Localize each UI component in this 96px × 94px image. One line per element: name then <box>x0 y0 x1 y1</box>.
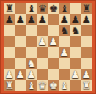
square-a4[interactable] <box>4 47 15 58</box>
piece-white-pawn[interactable]: ♟ <box>82 69 91 80</box>
square-f7[interactable]: ♟ <box>59 14 70 25</box>
square-e5[interactable]: ♟ <box>48 36 59 47</box>
square-d6[interactable] <box>37 25 48 36</box>
chess-board: ♜♝♛♚♝♜♟♟♟♟♟♟♟♞♞♟♟♟♞♟♟♟♟♟♜♝♛♚♝♜ <box>4 3 92 91</box>
piece-white-knight[interactable]: ♞ <box>27 58 36 69</box>
square-b2[interactable]: ♟ <box>15 69 26 80</box>
square-c5[interactable] <box>26 36 37 47</box>
board-frame: ♜♝♛♚♝♜♟♟♟♟♟♟♟♞♞♟♟♟♞♟♟♟♟♟♜♝♛♚♝♜ <box>0 0 96 94</box>
piece-white-pawn[interactable]: ♟ <box>5 69 14 80</box>
piece-black-pawn[interactable]: ♟ <box>60 14 69 25</box>
square-h5[interactable] <box>81 36 92 47</box>
piece-black-knight[interactable]: ♞ <box>60 25 69 36</box>
square-g1[interactable] <box>70 80 81 91</box>
piece-black-pawn[interactable]: ♟ <box>16 14 25 25</box>
piece-white-pawn[interactable]: ♟ <box>49 36 58 47</box>
square-g3[interactable] <box>70 58 81 69</box>
piece-white-rook[interactable]: ♜ <box>82 80 91 91</box>
piece-white-bishop[interactable]: ♝ <box>60 80 69 91</box>
square-h2[interactable]: ♟ <box>81 69 92 80</box>
square-c3[interactable]: ♞ <box>26 58 37 69</box>
square-e3[interactable] <box>48 58 59 69</box>
square-e4[interactable] <box>48 47 59 58</box>
piece-white-pawn[interactable]: ♟ <box>16 69 25 80</box>
square-c8[interactable]: ♝ <box>26 3 37 14</box>
square-b6[interactable] <box>15 25 26 36</box>
square-f3[interactable] <box>59 58 70 69</box>
square-a2[interactable]: ♟ <box>4 69 15 80</box>
square-e6[interactable] <box>48 25 59 36</box>
square-a1[interactable]: ♜ <box>4 80 15 91</box>
square-a6[interactable] <box>4 25 15 36</box>
square-a8[interactable]: ♜ <box>4 3 15 14</box>
square-g8[interactable] <box>70 3 81 14</box>
piece-white-king[interactable]: ♚ <box>49 80 58 91</box>
square-f4[interactable]: ♟ <box>59 47 70 58</box>
square-d7[interactable]: ♟ <box>37 14 48 25</box>
square-a3[interactable] <box>4 58 15 69</box>
piece-white-pawn[interactable]: ♟ <box>27 69 36 80</box>
square-e1[interactable]: ♚ <box>48 80 59 91</box>
piece-white-pawn[interactable]: ♟ <box>38 36 47 47</box>
square-b5[interactable] <box>15 36 26 47</box>
square-d4[interactable] <box>37 47 48 58</box>
piece-black-pawn[interactable]: ♟ <box>5 14 14 25</box>
piece-white-pawn[interactable]: ♟ <box>60 47 69 58</box>
square-a7[interactable]: ♟ <box>4 14 15 25</box>
square-b3[interactable] <box>15 58 26 69</box>
piece-black-bishop[interactable]: ♝ <box>60 3 69 14</box>
square-d3[interactable] <box>37 58 48 69</box>
square-h3[interactable] <box>81 58 92 69</box>
square-f5[interactable] <box>59 36 70 47</box>
square-e7[interactable] <box>48 14 59 25</box>
square-b4[interactable] <box>15 47 26 58</box>
square-f1[interactable]: ♝ <box>59 80 70 91</box>
square-d5[interactable]: ♟ <box>37 36 48 47</box>
piece-black-pawn[interactable]: ♟ <box>71 14 80 25</box>
square-g7[interactable]: ♟ <box>70 14 81 25</box>
square-f6[interactable]: ♞ <box>59 25 70 36</box>
piece-black-rook[interactable]: ♜ <box>82 3 91 14</box>
square-b7[interactable]: ♟ <box>15 14 26 25</box>
piece-white-bishop[interactable]: ♝ <box>27 80 36 91</box>
square-b8[interactable] <box>15 3 26 14</box>
piece-black-bishop[interactable]: ♝ <box>27 3 36 14</box>
piece-white-queen[interactable]: ♛ <box>38 80 47 91</box>
piece-black-pawn[interactable]: ♟ <box>38 14 47 25</box>
square-a5[interactable] <box>4 36 15 47</box>
square-d8[interactable]: ♛ <box>37 3 48 14</box>
piece-black-rook[interactable]: ♜ <box>5 3 14 14</box>
square-d2[interactable] <box>37 69 48 80</box>
square-c1[interactable]: ♝ <box>26 80 37 91</box>
square-c6[interactable] <box>26 25 37 36</box>
square-e2[interactable] <box>48 69 59 80</box>
piece-black-queen[interactable]: ♛ <box>38 3 47 14</box>
square-h4[interactable] <box>81 47 92 58</box>
square-g6[interactable]: ♞ <box>70 25 81 36</box>
square-g5[interactable] <box>70 36 81 47</box>
square-c4[interactable] <box>26 47 37 58</box>
piece-white-rook[interactable]: ♜ <box>5 80 14 91</box>
square-g2[interactable]: ♟ <box>70 69 81 80</box>
square-h8[interactable]: ♜ <box>81 3 92 14</box>
square-e8[interactable]: ♚ <box>48 3 59 14</box>
square-f8[interactable]: ♝ <box>59 3 70 14</box>
square-h6[interactable] <box>81 25 92 36</box>
square-d1[interactable]: ♛ <box>37 80 48 91</box>
square-b1[interactable] <box>15 80 26 91</box>
piece-black-pawn[interactable]: ♟ <box>82 14 91 25</box>
square-c2[interactable]: ♟ <box>26 69 37 80</box>
piece-white-pawn[interactable]: ♟ <box>71 69 80 80</box>
square-g4[interactable] <box>70 47 81 58</box>
square-f2[interactable] <box>59 69 70 80</box>
piece-black-king[interactable]: ♚ <box>49 3 58 14</box>
square-h1[interactable]: ♜ <box>81 80 92 91</box>
piece-black-knight[interactable]: ♞ <box>71 25 80 36</box>
piece-black-pawn[interactable]: ♟ <box>27 14 36 25</box>
square-c7[interactable]: ♟ <box>26 14 37 25</box>
square-h7[interactable]: ♟ <box>81 14 92 25</box>
